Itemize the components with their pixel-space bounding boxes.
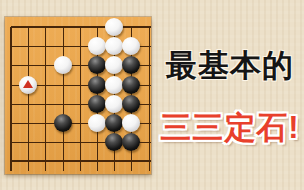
last-move-triangle-icon <box>23 80 33 88</box>
white-stone <box>105 56 123 74</box>
grid-horizontal-line <box>11 26 151 28</box>
white-stone <box>105 37 123 55</box>
white-stone <box>105 76 123 94</box>
black-stone <box>122 133 140 151</box>
go-board <box>5 17 151 174</box>
headline-line2: 三三定石! <box>156 112 304 143</box>
black-stone <box>88 56 106 74</box>
white-stone <box>105 18 123 36</box>
black-stone <box>88 76 106 94</box>
white-stone <box>122 114 140 132</box>
grid-vertical-line <box>80 27 81 171</box>
white-stone <box>105 95 123 113</box>
white-stone <box>88 114 106 132</box>
headline-block: 最基本的 三三定石! <box>156 0 304 190</box>
grid-horizontal-line <box>11 160 151 162</box>
black-stone <box>105 133 123 151</box>
black-stone <box>54 114 72 132</box>
grid-vertical-line <box>149 27 150 171</box>
black-stone <box>88 95 106 113</box>
grid-vertical-line <box>28 27 29 171</box>
black-stone <box>122 95 140 113</box>
black-stone <box>122 76 140 94</box>
grid-vertical-line <box>45 27 46 171</box>
grid-vertical-line <box>10 27 12 171</box>
white-stone <box>122 37 140 55</box>
grid-vertical-line <box>63 27 64 171</box>
white-stone <box>88 37 106 55</box>
headline-line1: 最基本的 <box>156 50 304 81</box>
white-stone-last-move <box>19 76 37 94</box>
black-stone <box>105 114 123 132</box>
white-stone <box>54 56 72 74</box>
black-stone <box>122 56 140 74</box>
